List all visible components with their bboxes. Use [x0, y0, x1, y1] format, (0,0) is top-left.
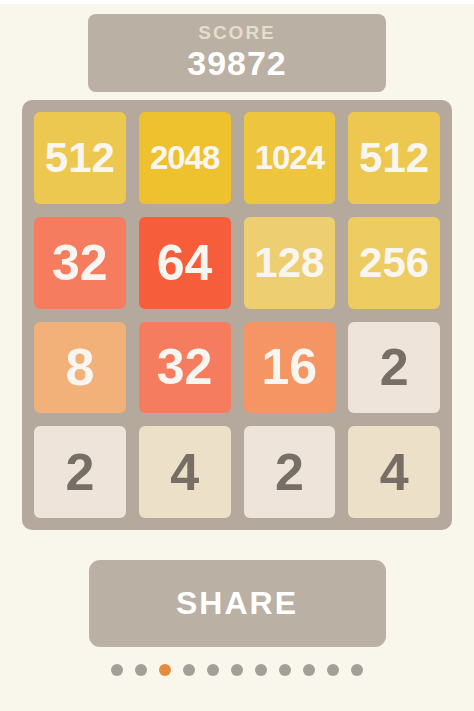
- tile-2: 2: [34, 426, 126, 518]
- page-dots: [111, 664, 363, 676]
- tile-2048: 2048: [139, 112, 231, 204]
- tile-64: 64: [139, 217, 231, 309]
- share-button[interactable]: SHARE: [89, 560, 386, 647]
- tile-32: 32: [34, 217, 126, 309]
- tile-16: 16: [244, 322, 336, 414]
- share-button-label: SHARE: [176, 585, 298, 622]
- page-dot[interactable]: [183, 664, 195, 676]
- page-dot[interactable]: [255, 664, 267, 676]
- tile-32: 32: [139, 322, 231, 414]
- tile-256: 256: [348, 217, 440, 309]
- tile-512: 512: [348, 112, 440, 204]
- top-strip: [0, 0, 474, 4]
- tile-2: 2: [244, 426, 336, 518]
- tile-128: 128: [244, 217, 336, 309]
- score-panel: SCORE 39872: [88, 14, 386, 92]
- tile-4: 4: [139, 426, 231, 518]
- tile-2: 2: [348, 322, 440, 414]
- page-dot[interactable]: [303, 664, 315, 676]
- tile-4: 4: [348, 426, 440, 518]
- page-dot[interactable]: [327, 664, 339, 676]
- page-dot[interactable]: [279, 664, 291, 676]
- score-value: 39872: [187, 44, 287, 83]
- tile-512: 512: [34, 112, 126, 204]
- page-dot[interactable]: [111, 664, 123, 676]
- score-label: SCORE: [198, 23, 276, 44]
- page-dot[interactable]: [135, 664, 147, 676]
- game-board[interactable]: 5122048102451232641282568321622424: [22, 100, 452, 530]
- page-dot[interactable]: [231, 664, 243, 676]
- tile-1024: 1024: [244, 112, 336, 204]
- page-dot[interactable]: [207, 664, 219, 676]
- page-dot[interactable]: [351, 664, 363, 676]
- page-dot-active[interactable]: [159, 664, 171, 676]
- tile-8: 8: [34, 322, 126, 414]
